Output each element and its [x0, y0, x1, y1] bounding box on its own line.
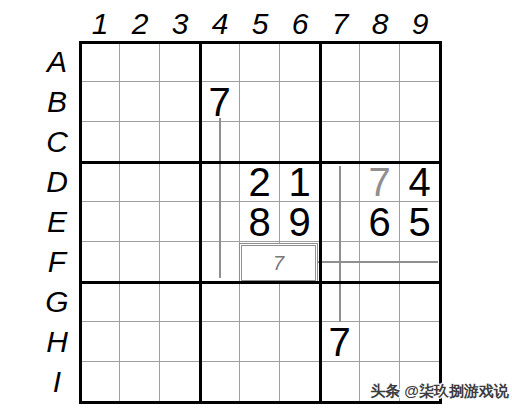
cell-G4[interactable] [200, 282, 240, 322]
row-label-I: I [36, 362, 78, 402]
cell-C8[interactable] [360, 122, 400, 162]
cell-B8[interactable] [360, 82, 400, 122]
cell-C2[interactable] [120, 122, 160, 162]
cell-I6[interactable] [280, 362, 320, 402]
cell-A1[interactable] [80, 42, 120, 82]
cell-F2[interactable] [120, 242, 160, 282]
cell-F3[interactable] [160, 242, 200, 282]
cell-A9[interactable] [400, 42, 440, 82]
cell-G1[interactable] [80, 282, 120, 322]
cell-A5[interactable] [240, 42, 280, 82]
cell-B1[interactable] [80, 82, 120, 122]
cell-C1[interactable] [80, 122, 120, 162]
cell-A6[interactable] [280, 42, 320, 82]
col-label-1: 1 [80, 8, 120, 40]
cell-H3[interactable] [160, 322, 200, 362]
candidate-digit: 7 [273, 253, 284, 273]
box-border-horizontal [79, 41, 442, 44]
cell-I4[interactable] [200, 362, 240, 402]
cell-D3[interactable] [160, 162, 200, 202]
cell-F1[interactable] [80, 242, 120, 282]
col-label-7: 7 [320, 8, 360, 40]
col-label-9: 9 [400, 8, 440, 40]
cell-I5[interactable] [240, 362, 280, 402]
cell-D9[interactable]: 4 [400, 162, 440, 202]
cell-H2[interactable] [120, 322, 160, 362]
cell-G6[interactable] [280, 282, 320, 322]
cell-H6[interactable] [280, 322, 320, 362]
column-labels: 123456789 [80, 8, 440, 40]
cell-I2[interactable] [120, 362, 160, 402]
row-label-F: F [36, 242, 78, 282]
cell-C3[interactable] [160, 122, 200, 162]
cell-B5[interactable] [240, 82, 280, 122]
box-border-vertical [79, 41, 82, 404]
watermark-text: 头条 @柒玖捌游戏说 [370, 382, 509, 401]
cell-C7[interactable] [320, 122, 360, 162]
cell-B3[interactable] [160, 82, 200, 122]
cell-H1[interactable] [80, 322, 120, 362]
cell-D6[interactable]: 1 [280, 162, 320, 202]
cell-G8[interactable] [360, 282, 400, 322]
row-labels: ABCDEFGHI [36, 42, 78, 402]
cell-I3[interactable] [160, 362, 200, 402]
col-label-4: 4 [200, 8, 240, 40]
row-label-G: G [36, 282, 78, 322]
sudoku-grid: 72174896577 [80, 42, 440, 402]
col-label-2: 2 [120, 8, 160, 40]
row-label-C: C [36, 122, 78, 162]
col-label-5: 5 [240, 8, 280, 40]
cell-E1[interactable] [80, 202, 120, 242]
pointer-line-col4 [219, 118, 221, 278]
row-label-D: D [36, 162, 78, 202]
box-border-vertical [439, 41, 442, 404]
pointer-line-col7 [339, 166, 341, 322]
cell-A3[interactable] [160, 42, 200, 82]
cell-G2[interactable] [120, 282, 160, 322]
cell-H9[interactable] [400, 322, 440, 362]
cell-C9[interactable] [400, 122, 440, 162]
box-border-horizontal [79, 281, 442, 284]
cell-D2[interactable] [120, 162, 160, 202]
cell-H7[interactable]: 7 [320, 322, 360, 362]
cell-B9[interactable] [400, 82, 440, 122]
col-label-8: 8 [360, 8, 400, 40]
cell-A7[interactable] [320, 42, 360, 82]
row-label-H: H [36, 322, 78, 362]
cell-A8[interactable] [360, 42, 400, 82]
pointer-line-rowF [318, 261, 438, 263]
cell-B7[interactable] [320, 82, 360, 122]
cell-C6[interactable] [280, 122, 320, 162]
cell-E8[interactable]: 6 [360, 202, 400, 242]
cell-G9[interactable] [400, 282, 440, 322]
cell-A2[interactable] [120, 42, 160, 82]
cell-A4[interactable] [200, 42, 240, 82]
sudoku-diagram: 123456789 ABCDEFGHI 72174896577 头条 @柒玖捌游… [0, 0, 512, 409]
cell-E6[interactable]: 9 [280, 202, 320, 242]
row-label-E: E [36, 202, 78, 242]
cell-H4[interactable] [200, 322, 240, 362]
cell-E5[interactable]: 8 [240, 202, 280, 242]
col-label-6: 6 [280, 8, 320, 40]
cell-C5[interactable] [240, 122, 280, 162]
cell-B6[interactable] [280, 82, 320, 122]
cell-E2[interactable] [120, 202, 160, 242]
cell-B2[interactable] [120, 82, 160, 122]
candidate-box-F5-F6: 7 [239, 243, 318, 283]
row-label-A: A [36, 42, 78, 82]
row-label-B: B [36, 82, 78, 122]
col-label-3: 3 [160, 8, 200, 40]
cell-D5[interactable]: 2 [240, 162, 280, 202]
box-border-vertical [319, 41, 322, 404]
cell-E9[interactable]: 5 [400, 202, 440, 242]
cell-D8[interactable]: 7 [360, 162, 400, 202]
cell-H5[interactable] [240, 322, 280, 362]
cell-H8[interactable] [360, 322, 400, 362]
cell-D1[interactable] [80, 162, 120, 202]
cell-E3[interactable] [160, 202, 200, 242]
cell-I1[interactable] [80, 362, 120, 402]
cell-B4[interactable]: 7 [200, 82, 240, 122]
cell-G5[interactable] [240, 282, 280, 322]
cell-G3[interactable] [160, 282, 200, 322]
box-border-vertical [199, 41, 202, 404]
box-border-horizontal [79, 161, 442, 164]
cell-I7[interactable] [320, 362, 360, 402]
